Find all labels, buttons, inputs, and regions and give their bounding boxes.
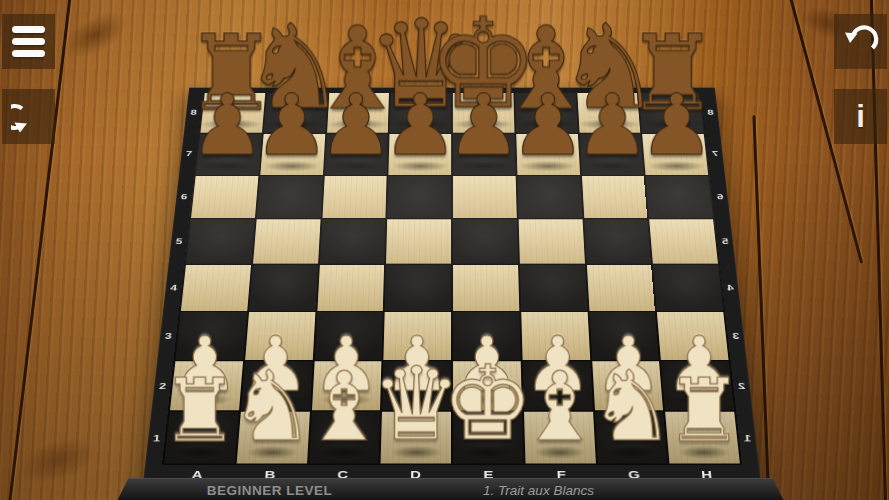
rank-label-4: 4: [726, 283, 734, 293]
square-a6[interactable]: [191, 176, 258, 218]
undo-move-button[interactable]: [834, 14, 887, 69]
piece-black-pawn[interactable]: ♟: [638, 83, 714, 168]
square-g7[interactable]: ♟: [579, 134, 644, 175]
square-h7[interactable]: ♟: [642, 134, 708, 175]
square-e7[interactable]: ♟: [452, 134, 515, 175]
square-e4[interactable]: [452, 265, 518, 311]
rank-label-1: 1: [743, 433, 751, 444]
rotate-icon: [11, 99, 47, 135]
plank-seam: [870, 0, 888, 500]
menu-button[interactable]: [2, 14, 55, 69]
board-front-face: BEGINNER LEVEL 1. Trait aux Blancs: [118, 478, 784, 500]
square-h4[interactable]: [653, 265, 723, 311]
rank-label-8: 8: [706, 108, 713, 116]
info-button[interactable]: i: [834, 89, 887, 144]
square-d1[interactable]: ♛: [380, 412, 450, 464]
rank-label-5: 5: [721, 237, 729, 246]
piece-white-rook[interactable]: ♜: [161, 368, 239, 455]
rank-label-5: 5: [175, 237, 183, 246]
square-a7[interactable]: ♟: [195, 134, 261, 175]
square-b6[interactable]: [256, 176, 322, 218]
turn-indicator: 1. Trait aux Blancs: [483, 482, 594, 497]
square-f1[interactable]: ♝: [523, 412, 595, 464]
rank-label-1: 1: [152, 433, 160, 444]
undo-icon: [843, 24, 879, 60]
square-h1[interactable]: ♜: [665, 412, 740, 464]
board-squares: ♜♞♝♛♚♝♞♜♟♟♟♟♟♟♟♟♟♟♟♟♟♟♟♟♜♞♝♛♚♝♞♜: [161, 92, 741, 465]
chess-board: ♜♞♝♛♚♝♞♜♟♟♟♟♟♟♟♟♟♟♟♟♟♟♟♟♜♞♝♛♚♝♞♜ ABCDEFG…: [143, 88, 761, 483]
square-f6[interactable]: [517, 176, 582, 218]
rank-label-6: 6: [716, 192, 723, 201]
square-c1[interactable]: ♝: [308, 412, 380, 464]
square-a1[interactable]: ♜: [164, 412, 239, 464]
square-b5[interactable]: [252, 220, 319, 264]
square-c5[interactable]: [319, 220, 385, 264]
square-d4[interactable]: [384, 265, 450, 311]
square-b1[interactable]: ♞: [236, 412, 309, 464]
square-d5[interactable]: [386, 220, 451, 264]
square-e5[interactable]: [452, 220, 517, 264]
piece-white-rook[interactable]: ♜: [664, 368, 742, 455]
square-e1[interactable]: ♚: [452, 412, 522, 464]
square-e6[interactable]: [452, 176, 516, 218]
rank-label-7: 7: [711, 149, 718, 158]
rank-label-6: 6: [180, 192, 187, 201]
plank-seam: [7, 0, 73, 500]
rank-label-3: 3: [731, 331, 739, 341]
square-c4[interactable]: [316, 265, 383, 311]
square-c7[interactable]: ♟: [324, 134, 388, 175]
square-a4[interactable]: [180, 265, 250, 311]
wood-knot: [14, 429, 102, 492]
square-b4[interactable]: [248, 265, 317, 311]
square-g1[interactable]: ♞: [594, 412, 667, 464]
rank-label-2: 2: [737, 381, 745, 392]
square-g5[interactable]: [583, 220, 650, 264]
square-h5[interactable]: [649, 220, 718, 264]
hamburger-icon: [12, 21, 45, 63]
square-d7[interactable]: ♟: [388, 134, 451, 175]
difficulty-level-label: BEGINNER LEVEL: [207, 482, 333, 497]
square-g4[interactable]: [586, 265, 655, 311]
square-f7[interactable]: ♟: [516, 134, 580, 175]
piece-white-knight[interactable]: ♞: [588, 358, 675, 455]
square-d6[interactable]: [387, 176, 451, 218]
rank-label-4: 4: [169, 283, 177, 293]
rotate-board-button[interactable]: [2, 89, 55, 144]
square-b7[interactable]: ♟: [260, 134, 325, 175]
square-f4[interactable]: [519, 265, 586, 311]
square-a5[interactable]: [186, 220, 255, 264]
square-c6[interactable]: [321, 176, 386, 218]
chess-app-screen: ♜♞♝♛♚♝♞♜♟♟♟♟♟♟♟♟♟♟♟♟♟♟♟♟♜♞♝♛♚♝♞♜ ABCDEFG…: [0, 0, 889, 500]
info-icon: i: [856, 101, 865, 132]
square-h6[interactable]: [645, 176, 712, 218]
square-f5[interactable]: [518, 220, 584, 264]
square-g6[interactable]: [581, 176, 647, 218]
